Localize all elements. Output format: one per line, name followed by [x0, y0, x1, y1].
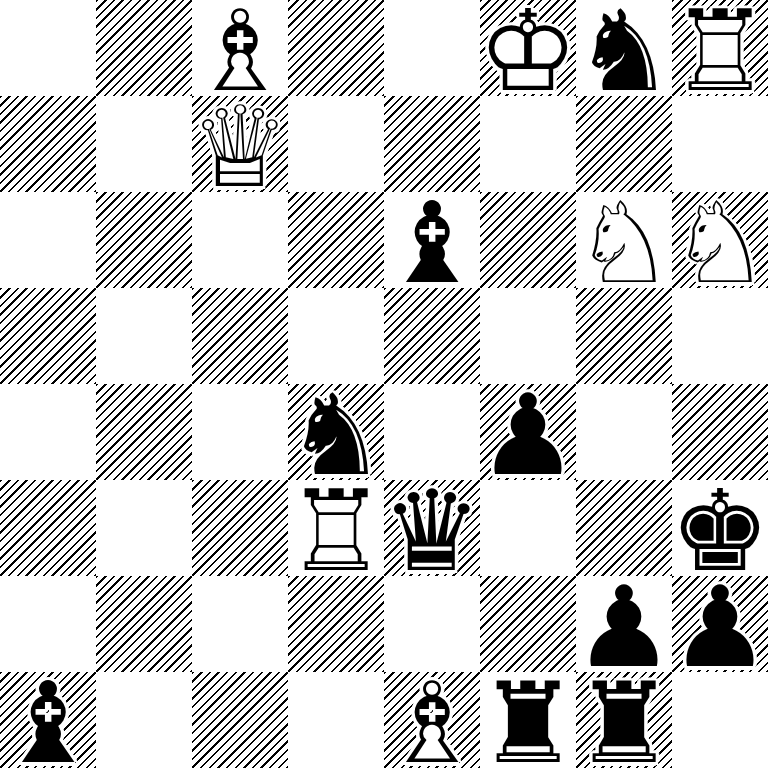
- piece-black-king[interactable]: ♚: [672, 483, 768, 579]
- square-d7[interactable]: [288, 96, 384, 192]
- square-f6[interactable]: [480, 192, 576, 288]
- square-d1[interactable]: [288, 672, 384, 768]
- square-e4[interactable]: [384, 384, 480, 480]
- square-h1[interactable]: [672, 672, 768, 768]
- square-g1[interactable]: ♜♜: [576, 672, 672, 768]
- square-a5[interactable]: [0, 288, 96, 384]
- piece-black-pawn[interactable]: ♟: [672, 579, 768, 675]
- square-e8[interactable]: [384, 0, 480, 96]
- square-e7[interactable]: [384, 96, 480, 192]
- square-h8[interactable]: ♜♖: [672, 0, 768, 96]
- piece-black-knight[interactable]: ♞: [576, 3, 672, 99]
- piece-white-bishop[interactable]: ♗: [192, 3, 288, 99]
- white-bishop-halo: ♝: [192, 3, 288, 99]
- black-pawn-halo: ♟: [480, 387, 576, 483]
- piece-black-rook[interactable]: ♜: [576, 675, 672, 768]
- square-c2[interactable]: [192, 576, 288, 672]
- square-h3[interactable]: ♚♚: [672, 480, 768, 576]
- black-bishop-halo: ♝: [384, 195, 480, 291]
- square-a1[interactable]: ♝♝: [0, 672, 96, 768]
- square-a8[interactable]: [0, 0, 96, 96]
- square-f1[interactable]: ♜♜: [480, 672, 576, 768]
- piece-black-rook[interactable]: ♜: [480, 675, 576, 768]
- square-b4[interactable]: [96, 384, 192, 480]
- square-d8[interactable]: [288, 0, 384, 96]
- square-a4[interactable]: [0, 384, 96, 480]
- square-a2[interactable]: [0, 576, 96, 672]
- piece-white-bishop[interactable]: ♗: [384, 675, 480, 768]
- square-a3[interactable]: [0, 480, 96, 576]
- square-e2[interactable]: [384, 576, 480, 672]
- square-f4[interactable]: ♟♟: [480, 384, 576, 480]
- square-a6[interactable]: [0, 192, 96, 288]
- square-a7[interactable]: [0, 96, 96, 192]
- piece-white-knight[interactable]: ♘: [576, 195, 672, 291]
- white-rook-halo: ♜: [288, 483, 384, 579]
- square-g5[interactable]: [576, 288, 672, 384]
- black-pawn-halo: ♟: [672, 579, 768, 675]
- white-king-halo: ♚: [480, 3, 576, 99]
- piece-black-pawn[interactable]: ♟: [480, 387, 576, 483]
- square-f8[interactable]: ♚♔: [480, 0, 576, 96]
- square-e5[interactable]: [384, 288, 480, 384]
- piece-black-knight[interactable]: ♞: [288, 387, 384, 483]
- black-queen-halo: ♛: [384, 483, 480, 579]
- black-rook-halo: ♜: [480, 675, 576, 768]
- square-f2[interactable]: [480, 576, 576, 672]
- square-b3[interactable]: [96, 480, 192, 576]
- square-h5[interactable]: [672, 288, 768, 384]
- square-c6[interactable]: [192, 192, 288, 288]
- black-rook-halo: ♜: [576, 675, 672, 768]
- square-h4[interactable]: [672, 384, 768, 480]
- square-f7[interactable]: [480, 96, 576, 192]
- black-knight-halo: ♞: [576, 3, 672, 99]
- square-b8[interactable]: [96, 0, 192, 96]
- square-b7[interactable]: [96, 96, 192, 192]
- piece-white-knight[interactable]: ♘: [672, 195, 768, 291]
- square-d2[interactable]: [288, 576, 384, 672]
- piece-white-queen[interactable]: ♕: [192, 99, 288, 195]
- square-h6[interactable]: ♞♘: [672, 192, 768, 288]
- white-bishop-halo: ♝: [384, 675, 480, 768]
- square-g7[interactable]: [576, 96, 672, 192]
- square-c4[interactable]: [192, 384, 288, 480]
- black-king-halo: ♚: [672, 483, 768, 579]
- square-b2[interactable]: [96, 576, 192, 672]
- piece-white-rook[interactable]: ♖: [288, 483, 384, 579]
- square-d5[interactable]: [288, 288, 384, 384]
- square-c8[interactable]: ♝♗: [192, 0, 288, 96]
- piece-white-rook[interactable]: ♖: [672, 3, 768, 99]
- piece-white-king[interactable]: ♔: [480, 3, 576, 99]
- square-d6[interactable]: [288, 192, 384, 288]
- white-knight-halo: ♞: [576, 195, 672, 291]
- square-g6[interactable]: ♞♘: [576, 192, 672, 288]
- white-rook-halo: ♜: [672, 3, 768, 99]
- square-b6[interactable]: [96, 192, 192, 288]
- piece-black-queen[interactable]: ♛: [384, 483, 480, 579]
- square-e1[interactable]: ♝♗: [384, 672, 480, 768]
- white-queen-halo: ♛: [192, 99, 288, 195]
- square-g8[interactable]: ♞♞: [576, 0, 672, 96]
- square-c7[interactable]: ♛♕: [192, 96, 288, 192]
- square-g3[interactable]: [576, 480, 672, 576]
- chess-board: ♝♗♚♔♞♞♜♖♛♕♝♝♞♘♞♘♞♞♟♟♜♖♛♛♚♚♟♟♟♟♝♝♝♗♜♜♜♜: [0, 0, 768, 768]
- square-d3[interactable]: ♜♖: [288, 480, 384, 576]
- square-e6[interactable]: ♝♝: [384, 192, 480, 288]
- square-c1[interactable]: [192, 672, 288, 768]
- square-h2[interactable]: ♟♟: [672, 576, 768, 672]
- square-g4[interactable]: [576, 384, 672, 480]
- black-knight-halo: ♞: [288, 387, 384, 483]
- square-f5[interactable]: [480, 288, 576, 384]
- black-bishop-halo: ♝: [0, 675, 96, 768]
- piece-black-bishop[interactable]: ♝: [0, 675, 96, 768]
- square-f3[interactable]: [480, 480, 576, 576]
- square-d4[interactable]: ♞♞: [288, 384, 384, 480]
- square-c3[interactable]: [192, 480, 288, 576]
- square-b5[interactable]: [96, 288, 192, 384]
- white-knight-halo: ♞: [672, 195, 768, 291]
- square-g2[interactable]: ♟♟: [576, 576, 672, 672]
- square-c5[interactable]: [192, 288, 288, 384]
- square-h7[interactable]: [672, 96, 768, 192]
- piece-black-bishop[interactable]: ♝: [384, 195, 480, 291]
- black-pawn-halo: ♟: [576, 579, 672, 675]
- square-b1[interactable]: [96, 672, 192, 768]
- piece-black-pawn[interactable]: ♟: [576, 579, 672, 675]
- square-e3[interactable]: ♛♛: [384, 480, 480, 576]
